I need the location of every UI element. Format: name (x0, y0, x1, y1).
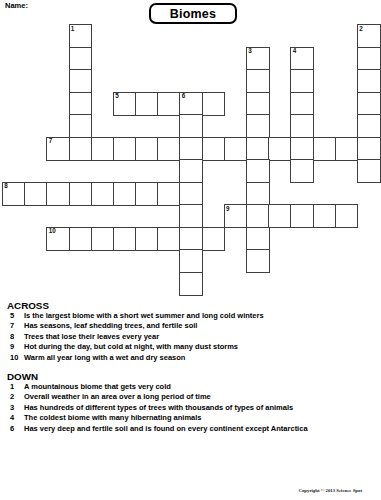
crossword-cell[interactable] (113, 137, 137, 161)
crossword-cell[interactable] (290, 204, 314, 228)
clue-number: 8 (10, 332, 14, 341)
across-clue-list: 5Is the largest biome with a short wet s… (0, 311, 381, 364)
clue-row: 10Warm all year long with a wet and dry … (0, 353, 381, 364)
clue-text: Is the largest biome with a short wet su… (24, 311, 264, 320)
clue-number: 6 (10, 424, 14, 433)
cell-number: 4 (293, 47, 297, 54)
clue-text: Has seasons, leaf shedding trees, and fe… (24, 321, 197, 330)
crossword-cell[interactable] (290, 114, 314, 138)
crossword-cell[interactable] (179, 182, 203, 206)
crossword-cell[interactable] (246, 182, 270, 206)
worksheet-page: Name: Biomes 12345678910 ACROSS 5Is the … (0, 0, 381, 500)
clue-number: 4 (10, 413, 14, 422)
crossword-cell[interactable]: 8 (2, 182, 26, 206)
crossword-cell[interactable] (335, 204, 359, 228)
crossword-cell[interactable] (179, 114, 203, 138)
clue-number: 5 (10, 311, 14, 320)
cell-number: 9 (226, 205, 230, 212)
crossword-cell[interactable] (69, 227, 93, 251)
crossword-cell[interactable] (357, 92, 381, 116)
cell-number: 1 (71, 25, 75, 32)
clue-number: 2 (10, 392, 14, 401)
crossword-cell[interactable] (91, 137, 115, 161)
cell-number: 8 (4, 182, 8, 189)
clue-row: 8Trees that lose their leaves every year (0, 332, 381, 343)
crossword-cell[interactable] (46, 182, 70, 206)
crossword-grid: 12345678910 (2, 24, 381, 296)
crossword-cell[interactable]: 1 (69, 24, 93, 48)
crossword-cell[interactable] (179, 204, 203, 228)
crossword-cell[interactable] (357, 114, 381, 138)
clue-row: 3Has hundreds of different types of tree… (0, 403, 381, 414)
cell-number: 7 (49, 137, 53, 144)
crossword-cell[interactable] (335, 137, 359, 161)
crossword-cell[interactable] (246, 92, 270, 116)
cell-number: 6 (182, 92, 186, 99)
crossword-cell[interactable]: 10 (46, 227, 70, 251)
clue-text: The coldest biome with many hibernating … (24, 413, 202, 422)
clue-text: Has very deep and fertile soil and is fo… (24, 424, 308, 433)
crossword-cell[interactable] (157, 182, 181, 206)
clue-text: Trees that lose their leaves every year (24, 332, 159, 341)
crossword-cell[interactable] (157, 137, 181, 161)
crossword-cell[interactable] (179, 249, 203, 273)
crossword-cell[interactable] (157, 92, 181, 116)
crossword-cell[interactable] (135, 182, 159, 206)
clue-text: Has hundreds of different types of trees… (24, 403, 293, 412)
clue-text: Warm all year long with a wet and dry se… (24, 353, 185, 362)
crossword-cell[interactable]: 5 (113, 92, 137, 116)
crossword-cell[interactable]: 6 (179, 92, 203, 116)
crossword-cell[interactable] (290, 137, 314, 161)
clue-number: 3 (10, 403, 14, 412)
crossword-cell[interactable] (179, 272, 203, 296)
crossword-cell[interactable] (290, 159, 314, 183)
clue-row: 1A mountainous biome that gets very cold (0, 382, 381, 393)
crossword-cell[interactable] (91, 182, 115, 206)
clue-text: A mountainous biome that gets very cold (24, 382, 171, 391)
crossword-cell[interactable] (69, 69, 93, 93)
crossword-cell[interactable] (69, 182, 93, 206)
crossword-cell[interactable] (246, 227, 270, 251)
crossword-cell[interactable] (24, 182, 48, 206)
clue-row: 9Hot during the day, but cold at night, … (0, 342, 381, 353)
down-clue-list: 1A mountainous biome that gets very cold… (0, 382, 381, 435)
clue-text: Overall weather in an area over a long p… (24, 392, 211, 401)
cell-number: 3 (248, 47, 252, 54)
name-label: Name: (5, 1, 28, 10)
crossword-cell[interactable] (202, 227, 226, 251)
crossword-cell[interactable] (135, 227, 159, 251)
crossword-cell[interactable] (357, 137, 381, 161)
crossword-cell[interactable] (135, 137, 159, 161)
crossword-cell[interactable] (69, 92, 93, 116)
crossword-cell[interactable] (135, 92, 159, 116)
crossword-cell[interactable] (69, 137, 93, 161)
clue-row: 6Has very deep and fertile soil and is f… (0, 424, 381, 435)
crossword-cell[interactable] (268, 204, 292, 228)
crossword-cell[interactable]: 3 (246, 47, 270, 71)
crossword-cell[interactable] (113, 227, 137, 251)
crossword-cell[interactable] (202, 137, 226, 161)
crossword-cell[interactable] (202, 92, 226, 116)
crossword-cell[interactable] (268, 137, 292, 161)
crossword-cell[interactable] (246, 159, 270, 183)
crossword-cell[interactable] (113, 182, 137, 206)
crossword-cell[interactable] (246, 249, 270, 273)
clue-number: 1 (10, 382, 14, 391)
clue-text: Hot during the day, but cold at night, w… (24, 342, 238, 351)
clue-row: 7Has seasons, leaf shedding trees, and f… (0, 321, 381, 332)
clue-number: 7 (10, 321, 14, 330)
crossword-cell[interactable] (246, 137, 270, 161)
crossword-cell[interactable] (179, 159, 203, 183)
crossword-cell[interactable]: 7 (46, 137, 70, 161)
crossword-cell[interactable] (290, 69, 314, 93)
crossword-cell[interactable] (179, 227, 203, 251)
crossword-cell[interactable] (91, 227, 115, 251)
crossword-cell[interactable] (357, 69, 381, 93)
crossword-cell[interactable] (246, 114, 270, 138)
crossword-cell[interactable] (357, 47, 381, 71)
crossword-cell[interactable] (157, 227, 181, 251)
crossword-cell[interactable] (290, 92, 314, 116)
copyright-text: Copyright © 2013 Science Spot (298, 488, 362, 493)
page-title: Biomes (170, 7, 216, 21)
crossword-cell[interactable]: 4 (290, 47, 314, 71)
crossword-cell[interactable] (246, 69, 270, 93)
across-heading: ACROSS (7, 300, 49, 311)
crossword-cell[interactable]: 2 (357, 24, 381, 48)
crossword-cell[interactable] (246, 204, 270, 228)
cell-number: 5 (115, 92, 119, 99)
title-box: Biomes (149, 3, 237, 24)
crossword-cell[interactable] (357, 159, 381, 183)
crossword-cell[interactable]: 9 (224, 204, 248, 228)
cell-number: 2 (359, 25, 363, 32)
crossword-cell[interactable] (69, 47, 93, 71)
clue-row: 2Overall weather in an area over a long … (0, 392, 381, 403)
down-heading: DOWN (7, 371, 38, 382)
clue-row: 5Is the largest biome with a short wet s… (0, 311, 381, 322)
clue-number: 9 (10, 342, 14, 351)
crossword-cell[interactable] (179, 137, 203, 161)
crossword-cell[interactable] (313, 204, 337, 228)
crossword-cell[interactable] (69, 114, 93, 138)
crossword-cell[interactable] (313, 137, 337, 161)
cell-number: 10 (49, 227, 56, 234)
clue-number: 10 (10, 353, 18, 362)
crossword-cell[interactable] (224, 137, 248, 161)
clue-row: 4The coldest biome with many hibernating… (0, 413, 381, 424)
